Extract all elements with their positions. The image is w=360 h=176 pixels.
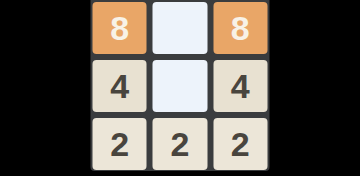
- empty-cell-r2c2: [153, 60, 207, 112]
- tile-r2c1: 4: [93, 60, 147, 112]
- game-board[interactable]: 8 8 4 4 2 2 2: [91, 0, 270, 171]
- tile-r2c3: 4: [213, 60, 267, 112]
- tile-r3c2: 2: [153, 118, 207, 170]
- tile-r1c1: 8: [93, 2, 147, 54]
- tile-grid: 8 8 4 4 2 2 2: [93, 2, 268, 168]
- tile-r1c3: 8: [213, 2, 267, 54]
- empty-cell-r1c2: [153, 2, 207, 54]
- tile-r3c1: 2: [93, 118, 147, 170]
- tile-r3c3: 2: [213, 118, 267, 170]
